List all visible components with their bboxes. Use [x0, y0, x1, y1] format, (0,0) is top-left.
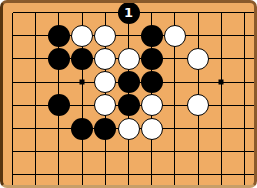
point-c11r8[interactable]	[233, 163, 254, 185]
star-point-marker	[219, 80, 224, 85]
point-c2r4[interactable]	[24, 71, 47, 94]
point-c5r7[interactable]	[94, 140, 117, 163]
go-board-diagram: 1	[0, 0, 257, 188]
white-stone	[94, 25, 116, 47]
point-c9r1[interactable]	[187, 3, 210, 24]
black-stone	[141, 71, 163, 93]
point-c11r3[interactable]	[233, 47, 254, 70]
point-c3r8[interactable]	[47, 163, 70, 185]
point-c10r3[interactable]	[210, 47, 233, 70]
white-stone	[164, 25, 186, 47]
point-c2r8[interactable]	[24, 163, 47, 185]
point-c5r8[interactable]	[94, 163, 117, 185]
point-c4r7[interactable]	[71, 140, 94, 163]
point-c11r1[interactable]	[233, 3, 254, 24]
black-stone	[48, 25, 70, 47]
point-c8r4[interactable]	[163, 71, 186, 94]
board-clip: 1	[3, 3, 254, 185]
point-c1r3[interactable]	[3, 47, 24, 70]
point-c10r6[interactable]	[210, 117, 233, 140]
point-c2r2[interactable]	[24, 24, 47, 47]
point-c9r6[interactable]	[187, 117, 210, 140]
white-stone	[141, 118, 163, 140]
move-number-label: 1	[118, 3, 140, 24]
point-c10r8[interactable]	[210, 163, 233, 185]
point-c5r2[interactable]	[94, 24, 117, 47]
point-c6r7[interactable]	[117, 140, 140, 163]
point-c10r1[interactable]	[210, 3, 233, 24]
white-stone	[118, 48, 140, 70]
black-stone	[94, 118, 116, 140]
point-c9r7[interactable]	[187, 140, 210, 163]
point-c10r7[interactable]	[210, 140, 233, 163]
point-c10r5[interactable]	[210, 94, 233, 117]
point-c3r3[interactable]	[47, 47, 70, 70]
black-stone	[141, 25, 163, 47]
point-c4r8[interactable]	[71, 163, 94, 185]
point-c4r6[interactable]	[71, 117, 94, 140]
point-c1r4[interactable]	[3, 71, 24, 94]
white-stone	[94, 94, 116, 116]
point-c8r2[interactable]	[163, 24, 186, 47]
point-c1r2[interactable]	[3, 24, 24, 47]
point-c11r5[interactable]	[233, 94, 254, 117]
point-c1r6[interactable]	[3, 117, 24, 140]
point-c2r3[interactable]	[24, 47, 47, 70]
black-stone	[71, 118, 93, 140]
white-stone	[94, 71, 116, 93]
black-stone	[71, 48, 93, 70]
point-c1r7[interactable]	[3, 140, 24, 163]
point-c6r8[interactable]	[117, 163, 140, 185]
point-c4r5[interactable]	[71, 94, 94, 117]
black-stone: 1	[118, 3, 140, 24]
point-c9r8[interactable]	[187, 163, 210, 185]
point-c3r2[interactable]	[47, 24, 70, 47]
point-c11r2[interactable]	[233, 24, 254, 47]
point-c3r4[interactable]	[47, 71, 70, 94]
white-stone	[141, 94, 163, 116]
point-c4r4[interactable]	[71, 71, 94, 94]
point-c1r1[interactable]	[3, 3, 24, 24]
point-c7r1[interactable]	[140, 3, 163, 24]
point-c5r5[interactable]	[94, 94, 117, 117]
black-stone	[118, 71, 140, 93]
point-c11r4[interactable]	[233, 71, 254, 94]
go-board: 1	[3, 3, 254, 185]
point-c5r6[interactable]	[94, 117, 117, 140]
point-c8r8[interactable]	[163, 163, 186, 185]
point-c5r1[interactable]	[94, 3, 117, 24]
point-c1r5[interactable]	[3, 94, 24, 117]
white-stone	[118, 118, 140, 140]
point-c11r7[interactable]	[233, 140, 254, 163]
point-c3r6[interactable]	[47, 117, 70, 140]
point-c6r2[interactable]	[117, 24, 140, 47]
point-c1r8[interactable]	[3, 163, 24, 185]
point-c4r3[interactable]	[71, 47, 94, 70]
point-c7r5[interactable]	[140, 94, 163, 117]
point-c6r1[interactable]: 1	[117, 3, 140, 24]
point-c7r2[interactable]	[140, 24, 163, 47]
point-c3r1[interactable]	[47, 3, 70, 24]
point-c3r5[interactable]	[47, 94, 70, 117]
point-c7r4[interactable]	[140, 71, 163, 94]
point-c2r1[interactable]	[24, 3, 47, 24]
point-c6r5[interactable]	[117, 94, 140, 117]
point-c9r2[interactable]	[187, 24, 210, 47]
point-c6r6[interactable]	[117, 117, 140, 140]
point-c4r1[interactable]	[71, 3, 94, 24]
point-c2r5[interactable]	[24, 94, 47, 117]
point-c9r3[interactable]	[187, 47, 210, 70]
point-c7r7[interactable]	[140, 140, 163, 163]
point-c5r4[interactable]	[94, 71, 117, 94]
white-stone	[187, 94, 209, 116]
point-c10r4[interactable]	[210, 71, 233, 94]
point-c8r5[interactable]	[163, 94, 186, 117]
point-c2r7[interactable]	[24, 140, 47, 163]
black-stone	[48, 48, 70, 70]
point-c8r3[interactable]	[163, 47, 186, 70]
point-c7r8[interactable]	[140, 163, 163, 185]
black-stone	[141, 48, 163, 70]
point-c7r6[interactable]	[140, 117, 163, 140]
point-c11r6[interactable]	[233, 117, 254, 140]
point-c8r1[interactable]	[163, 3, 186, 24]
point-c3r7[interactable]	[47, 140, 70, 163]
point-c10r2[interactable]	[210, 24, 233, 47]
point-c9r4[interactable]	[187, 71, 210, 94]
black-stone	[118, 94, 140, 116]
point-c5r3[interactable]	[94, 47, 117, 70]
point-c7r3[interactable]	[140, 47, 163, 70]
star-point-marker	[80, 80, 85, 85]
point-c8r6[interactable]	[163, 117, 186, 140]
point-c9r5[interactable]	[187, 94, 210, 117]
point-c6r3[interactable]	[117, 47, 140, 70]
black-stone	[48, 94, 70, 116]
white-stone	[94, 48, 116, 70]
point-c8r7[interactable]	[163, 140, 186, 163]
point-c2r6[interactable]	[24, 117, 47, 140]
point-c4r2[interactable]	[71, 24, 94, 47]
white-stone	[187, 48, 209, 70]
point-c6r4[interactable]	[117, 71, 140, 94]
white-stone	[71, 25, 93, 47]
